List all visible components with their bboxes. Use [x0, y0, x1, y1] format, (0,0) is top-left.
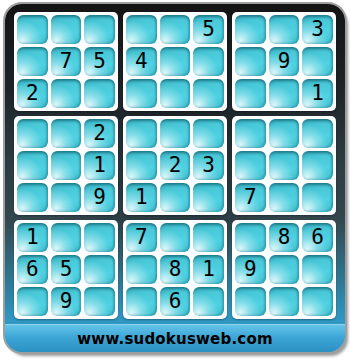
sudoku-cell-r3c2[interactable] [51, 79, 82, 108]
sudoku-cell-r7c8[interactable]: 8 [269, 223, 300, 252]
sudoku-cell-r8c9[interactable] [302, 255, 333, 284]
sudoku-cell-r9c2[interactable]: 9 [51, 287, 82, 316]
sudoku-cell-r8c6[interactable]: 1 [193, 255, 224, 284]
sudoku-cell-r4c3[interactable]: 2 [84, 119, 115, 148]
sudoku-cell-r4c1[interactable] [17, 119, 48, 148]
sudoku-box-4: 219 [14, 116, 118, 215]
sudoku-cell-r5c6[interactable]: 3 [193, 151, 224, 180]
sudoku-box-8: 7816 [123, 220, 227, 319]
site-url[interactable]: www.sudokusweb.com [77, 330, 272, 348]
sudoku-cell-r5c8[interactable] [269, 151, 300, 180]
sudoku-cell-r7c2[interactable] [51, 223, 82, 252]
sudoku-cell-r9c5[interactable]: 6 [160, 287, 191, 316]
sudoku-cell-r1c7[interactable] [235, 15, 266, 44]
sudoku-cell-r2c8[interactable]: 9 [269, 47, 300, 76]
sudoku-cell-r7c9[interactable]: 6 [302, 223, 333, 252]
sudoku-cell-r5c2[interactable] [51, 151, 82, 180]
sudoku-cell-r7c1[interactable]: 1 [17, 223, 48, 252]
sudoku-cell-r5c9[interactable] [302, 151, 333, 180]
sudoku-cell-r3c8[interactable] [269, 79, 300, 108]
sudoku-cell-r6c4[interactable]: 1 [126, 183, 157, 212]
sudoku-cell-r5c1[interactable] [17, 151, 48, 180]
sudoku-cell-r6c6[interactable] [193, 183, 224, 212]
sudoku-cell-r1c3[interactable] [84, 15, 115, 44]
sudoku-cell-r2c9[interactable] [302, 47, 333, 76]
sudoku-cell-r1c6[interactable]: 5 [193, 15, 224, 44]
sudoku-cell-r1c9[interactable]: 3 [302, 15, 333, 44]
sudoku-cell-r1c8[interactable] [269, 15, 300, 44]
sudoku-box-7: 1659 [14, 220, 118, 319]
sudoku-cell-r9c7[interactable] [235, 287, 266, 316]
sudoku-cell-r4c6[interactable] [193, 119, 224, 148]
sudoku-cell-r9c1[interactable] [17, 287, 48, 316]
sudoku-grid: 75254391219231716597816869 [5, 4, 345, 324]
sudoku-cell-r3c6[interactable] [193, 79, 224, 108]
sudoku-cell-r6c8[interactable] [269, 183, 300, 212]
sudoku-cell-r4c8[interactable] [269, 119, 300, 148]
sudoku-cell-r3c5[interactable] [160, 79, 191, 108]
sudoku-cell-r1c2[interactable] [51, 15, 82, 44]
sudoku-cell-r8c7[interactable]: 9 [235, 255, 266, 284]
sudoku-cell-r2c1[interactable] [17, 47, 48, 76]
sudoku-cell-r5c3[interactable]: 1 [84, 151, 115, 180]
sudoku-box-2: 54 [123, 12, 227, 111]
sudoku-cell-r2c2[interactable]: 7 [51, 47, 82, 76]
sudoku-cell-r9c4[interactable] [126, 287, 157, 316]
sudoku-cell-r8c1[interactable]: 6 [17, 255, 48, 284]
sudoku-box-1: 752 [14, 12, 118, 111]
sudoku-cell-r4c2[interactable] [51, 119, 82, 148]
sudoku-cell-r4c4[interactable] [126, 119, 157, 148]
sudoku-cell-r4c5[interactable] [160, 119, 191, 148]
sudoku-cell-r2c4[interactable]: 4 [126, 47, 157, 76]
sudoku-box-6: 7 [232, 116, 336, 215]
sudoku-cell-r3c9[interactable]: 1 [302, 79, 333, 108]
sudoku-cell-r9c6[interactable] [193, 287, 224, 316]
sudoku-cell-r9c3[interactable] [84, 287, 115, 316]
sudoku-cell-r3c7[interactable] [235, 79, 266, 108]
sudoku-cell-r7c7[interactable] [235, 223, 266, 252]
sudoku-board-frame: 75254391219231716597816869 www.sudokuswe… [5, 4, 345, 352]
sudoku-cell-r8c3[interactable] [84, 255, 115, 284]
sudoku-box-9: 869 [232, 220, 336, 319]
sudoku-cell-r8c2[interactable]: 5 [51, 255, 82, 284]
sudoku-cell-r7c5[interactable] [160, 223, 191, 252]
footer-bar: www.sudokusweb.com [5, 324, 345, 352]
sudoku-box-5: 231 [123, 116, 227, 215]
sudoku-cell-r5c7[interactable] [235, 151, 266, 180]
sudoku-cell-r8c5[interactable]: 8 [160, 255, 191, 284]
sudoku-cell-r1c5[interactable] [160, 15, 191, 44]
sudoku-cell-r6c9[interactable] [302, 183, 333, 212]
sudoku-cell-r3c3[interactable] [84, 79, 115, 108]
sudoku-cell-r8c8[interactable] [269, 255, 300, 284]
sudoku-cell-r5c5[interactable]: 2 [160, 151, 191, 180]
sudoku-cell-r8c4[interactable] [126, 255, 157, 284]
sudoku-cell-r5c4[interactable] [126, 151, 157, 180]
sudoku-cell-r2c3[interactable]: 5 [84, 47, 115, 76]
sudoku-cell-r2c6[interactable] [193, 47, 224, 76]
sudoku-cell-r6c5[interactable] [160, 183, 191, 212]
sudoku-cell-r6c3[interactable]: 9 [84, 183, 115, 212]
sudoku-cell-r1c4[interactable] [126, 15, 157, 44]
sudoku-cell-r4c9[interactable] [302, 119, 333, 148]
sudoku-cell-r4c7[interactable] [235, 119, 266, 148]
sudoku-cell-r7c4[interactable]: 7 [126, 223, 157, 252]
sudoku-cell-r9c9[interactable] [302, 287, 333, 316]
sudoku-cell-r6c7[interactable]: 7 [235, 183, 266, 212]
sudoku-cell-r2c7[interactable] [235, 47, 266, 76]
sudoku-cell-r3c1[interactable]: 2 [17, 79, 48, 108]
sudoku-cell-r6c1[interactable] [17, 183, 48, 212]
sudoku-cell-r7c3[interactable] [84, 223, 115, 252]
sudoku-cell-r2c5[interactable] [160, 47, 191, 76]
sudoku-cell-r3c4[interactable] [126, 79, 157, 108]
sudoku-cell-r7c6[interactable] [193, 223, 224, 252]
sudoku-cell-r9c8[interactable] [269, 287, 300, 316]
sudoku-box-3: 391 [232, 12, 336, 111]
sudoku-cell-r6c2[interactable] [51, 183, 82, 212]
sudoku-cell-r1c1[interactable] [17, 15, 48, 44]
